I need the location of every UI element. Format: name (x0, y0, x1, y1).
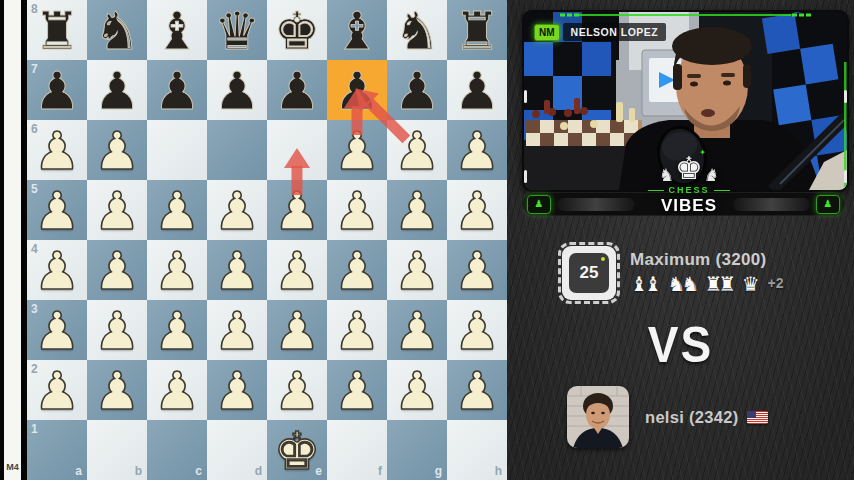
square-c7[interactable]: ♟ (147, 60, 207, 120)
piece-black-p-h7[interactable]: ♟ (447, 60, 507, 120)
piece-black-k-e8[interactable]: ♚ (267, 0, 327, 60)
piece-white-p-f5[interactable]: ♟ (327, 180, 387, 240)
piece-white-p-d2[interactable]: ♟ (207, 360, 267, 420)
logo-text-vibes: VIBES (629, 196, 749, 216)
square-d1[interactable]: d (207, 420, 267, 480)
square-e7[interactable]: ♟ (267, 60, 327, 120)
square-b3[interactable]: ♟ (87, 300, 147, 360)
square-e2[interactable]: ♟ (267, 360, 327, 420)
square-g6[interactable]: ♟ (387, 120, 447, 180)
stream-panel: NM NELSON LOPEZ ♟ ♟ ♞ ♚✦ ♞ CHESS VIBES (507, 0, 854, 480)
square-b2[interactable]: ♟ (87, 360, 147, 420)
piece-black-n-b8[interactable]: ♞ (87, 0, 147, 60)
player-bottom: nelsi (2342) (567, 386, 768, 448)
rank-label-5: 5 (31, 182, 38, 196)
square-f7[interactable]: ♟ (327, 60, 387, 120)
player-top-name: Maximum (3200) (630, 250, 784, 270)
square-a7[interactable]: 7♟ (27, 60, 87, 120)
square-h8[interactable]: ♜ (447, 0, 507, 60)
piece-white-p-e4[interactable]: ♟ (267, 240, 327, 300)
square-h2[interactable]: ♟ (447, 360, 507, 420)
piece-white-p-h5[interactable]: ♟ (447, 180, 507, 240)
square-b7[interactable]: ♟ (87, 60, 147, 120)
square-a1[interactable]: 1a (27, 420, 87, 480)
square-d5[interactable]: ♟ (207, 180, 267, 240)
piece-white-p-g2[interactable]: ♟ (387, 360, 447, 420)
square-h5[interactable]: ♟ (447, 180, 507, 240)
rank-label-3: 3 (31, 302, 38, 316)
player-top: 25 Maximum (3200) ♝♝ ♞♞ ♜♜ ♛+2 (562, 246, 784, 300)
logo-knight-icon: ♞ (659, 167, 674, 184)
file-label-h: h (495, 464, 502, 478)
piece-white-p-d5[interactable]: ♟ (207, 180, 267, 240)
piece-white-p-g6[interactable]: ♟ (387, 120, 447, 180)
square-e3[interactable]: ♟ (267, 300, 327, 360)
square-c4[interactable]: ♟ (147, 240, 207, 300)
square-d8[interactable]: ♛ (207, 0, 267, 60)
piece-black-b-c8[interactable]: ♝ (147, 0, 207, 60)
square-c2[interactable]: ♟ (147, 360, 207, 420)
piece-black-q-d8[interactable]: ♛ (207, 0, 267, 60)
square-h6[interactable]: ♟ (447, 120, 507, 180)
piece-white-p-f4[interactable]: ♟ (327, 240, 387, 300)
square-g5[interactable]: ♟ (387, 180, 447, 240)
chess-board[interactable]: 8♜♞♝♛♚♝♞♜7♟♟♟♟♟♟♟♟6♟♟♟♟♟5♟♟♟♟♟♟♟♟4♟♟♟♟♟♟… (27, 0, 507, 480)
piece-white-p-e3[interactable]: ♟ (267, 300, 327, 360)
rank-label-6: 6 (31, 122, 38, 136)
piece-black-p-e7[interactable]: ♟ (267, 60, 327, 120)
file-label-g: g (435, 464, 442, 478)
board-grid[interactable]: 8♜♞♝♛♚♝♞♜7♟♟♟♟♟♟♟♟6♟♟♟♟♟5♟♟♟♟♟♟♟♟4♟♟♟♟♟♟… (27, 0, 507, 480)
rank-label-2: 2 (31, 362, 38, 376)
file-label-b: b (135, 464, 142, 478)
square-h3[interactable]: ♟ (447, 300, 507, 360)
chip-led-icon (601, 257, 605, 261)
piece-black-r-h8[interactable]: ♜ (447, 0, 507, 60)
square-g4[interactable]: ♟ (387, 240, 447, 300)
square-b4[interactable]: ♟ (87, 240, 147, 300)
frame-tick-icon (844, 90, 847, 103)
piece-white-p-b5[interactable]: ♟ (87, 180, 147, 240)
piece-white-p-g5[interactable]: ♟ (387, 180, 447, 240)
vs-label: VS (507, 316, 854, 374)
streamer-nameplate: NM NELSON LOPEZ (534, 23, 666, 41)
frame-tick-icon (524, 90, 527, 103)
square-h1[interactable]: h (447, 420, 507, 480)
file-label-c: c (195, 464, 202, 478)
square-f8[interactable]: ♝ (327, 0, 387, 60)
square-c1[interactable]: c (147, 420, 207, 480)
square-g1[interactable]: g (387, 420, 447, 480)
square-e1[interactable]: e♚ (267, 420, 327, 480)
piece-black-n-g8[interactable]: ♞ (387, 0, 447, 60)
square-f2[interactable]: ♟ (327, 360, 387, 420)
engine-avatar: 25 (562, 246, 616, 300)
square-b5[interactable]: ♟ (87, 180, 147, 240)
piece-white-p-e2[interactable]: ♟ (267, 360, 327, 420)
subscriber-icon: ♟ (816, 195, 840, 214)
file-label-a: a (75, 464, 82, 478)
square-g2[interactable]: ♟ (387, 360, 447, 420)
piece-black-b-f8[interactable]: ♝ (327, 0, 387, 60)
player-avatar (567, 386, 629, 448)
square-f6[interactable]: ♟ (327, 120, 387, 180)
subbar-pill (557, 198, 635, 211)
square-d3[interactable]: ♟ (207, 300, 267, 360)
piece-white-p-h6[interactable]: ♟ (447, 120, 507, 180)
square-h7[interactable]: ♟ (447, 60, 507, 120)
square-b6[interactable]: ♟ (87, 120, 147, 180)
piece-white-p-g4[interactable]: ♟ (387, 240, 447, 300)
square-d7[interactable]: ♟ (207, 60, 267, 120)
square-a6[interactable]: 6♟ (27, 120, 87, 180)
rank-label-8: 8 (31, 2, 38, 16)
square-a4[interactable]: 4♟ (27, 240, 87, 300)
note-strip-label: M4 (6, 462, 19, 472)
frame-tick-icon (524, 170, 527, 183)
square-b1[interactable]: b (87, 420, 147, 480)
piece-white-p-e5[interactable]: ♟ (267, 180, 327, 240)
piece-white-p-c4[interactable]: ♟ (147, 240, 207, 300)
piece-white-p-b4[interactable]: ♟ (87, 240, 147, 300)
engine-level: 25 (569, 253, 609, 293)
square-c6[interactable] (147, 120, 207, 180)
piece-white-p-h2[interactable]: ♟ (447, 360, 507, 420)
square-h4[interactable]: ♟ (447, 240, 507, 300)
piece-black-p-g7[interactable]: ♟ (387, 60, 447, 120)
us-flag-icon (747, 411, 768, 424)
square-f4[interactable]: ♟ (327, 240, 387, 300)
piece-black-p-c7[interactable]: ♟ (147, 60, 207, 120)
rank-label-7: 7 (31, 62, 38, 76)
square-e6[interactable] (267, 120, 327, 180)
title-badge: NM (534, 24, 560, 41)
piece-white-p-c5[interactable]: ♟ (147, 180, 207, 240)
logo-knight-icon: ♞ (704, 167, 719, 184)
piece-white-p-d3[interactable]: ♟ (207, 300, 267, 360)
piece-white-p-b2[interactable]: ♟ (87, 360, 147, 420)
streamer-name: NELSON LOPEZ (563, 23, 667, 41)
frame-tick-icon (844, 170, 847, 183)
square-d6[interactable] (207, 120, 267, 180)
captured-pieces: ♝♝ ♞♞ ♜♜ ♛+2 (630, 272, 784, 296)
square-e8[interactable]: ♚ (267, 0, 327, 60)
chess-vibes-logo: ♞ ♚✦ ♞ CHESS VIBES (629, 153, 749, 216)
logo-king-icon: ♚✦ (675, 153, 703, 184)
piece-black-p-d7[interactable]: ♟ (207, 60, 267, 120)
square-b8[interactable]: ♞ (87, 0, 147, 60)
square-a2[interactable]: 2♟ (27, 360, 87, 420)
piece-white-p-b3[interactable]: ♟ (87, 300, 147, 360)
piece-white-p-g3[interactable]: ♟ (387, 300, 447, 360)
square-g8[interactable]: ♞ (387, 0, 447, 60)
square-g3[interactable]: ♟ (387, 300, 447, 360)
square-c8[interactable]: ♝ (147, 0, 207, 60)
rank-label-4: 4 (31, 242, 38, 256)
square-a3[interactable]: 3♟ (27, 300, 87, 360)
file-label-f: f (378, 464, 382, 478)
square-d2[interactable]: ♟ (207, 360, 267, 420)
square-c5[interactable]: ♟ (147, 180, 207, 240)
logo-text-chess: CHESS (629, 185, 749, 195)
piece-white-p-c2[interactable]: ♟ (147, 360, 207, 420)
piece-white-p-f2[interactable]: ♟ (327, 360, 387, 420)
square-g7[interactable]: ♟ (387, 60, 447, 120)
square-e4[interactable]: ♟ (267, 240, 327, 300)
piece-white-p-f3[interactable]: ♟ (327, 300, 387, 360)
square-c3[interactable]: ♟ (147, 300, 207, 360)
note-strip: M4 (4, 0, 21, 480)
square-f3[interactable]: ♟ (327, 300, 387, 360)
piece-white-p-h3[interactable]: ♟ (447, 300, 507, 360)
square-f1[interactable]: f (327, 420, 387, 480)
square-a8[interactable]: 8♜ (27, 0, 87, 60)
square-d4[interactable]: ♟ (207, 240, 267, 300)
material-advantage: +2 (768, 275, 784, 291)
file-label-d: d (255, 464, 262, 478)
logo-spark-icon: ✦ (699, 149, 706, 157)
piece-white-p-d4[interactable]: ♟ (207, 240, 267, 300)
square-a5[interactable]: 5♟ (27, 180, 87, 240)
rank-label-1: 1 (31, 422, 38, 436)
square-e5[interactable]: ♟ (267, 180, 327, 240)
piece-black-p-b7[interactable]: ♟ (87, 60, 147, 120)
screenshot-root: M4 8♜♞♝♛♚♝♞♜7♟♟♟♟♟♟♟♟6♟♟♟♟♟5♟♟♟♟♟♟♟♟4♟♟♟… (0, 0, 854, 480)
player-bottom-name: nelsi (2342) (645, 408, 738, 427)
piece-white-p-h4[interactable]: ♟ (447, 240, 507, 300)
piece-white-p-b6[interactable]: ♟ (87, 120, 147, 180)
file-label-e: e (315, 464, 322, 478)
subscriber-icon: ♟ (527, 195, 551, 214)
piece-black-p-f7[interactable]: ♟ (327, 60, 387, 120)
piece-white-p-c3[interactable]: ♟ (147, 300, 207, 360)
square-f5[interactable]: ♟ (327, 180, 387, 240)
piece-white-p-f6[interactable]: ♟ (327, 120, 387, 180)
